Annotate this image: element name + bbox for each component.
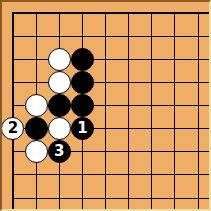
black-stone	[71, 48, 94, 71]
go-board: 213	[0, 0, 211, 211]
move-number-label: 2	[8, 121, 18, 136]
board-intersection	[25, 117, 48, 140]
stone-layer: 213	[1, 1, 209, 209]
white-stone	[25, 94, 48, 117]
move-2-white-stone: 2	[1, 117, 24, 140]
white-stone	[25, 140, 48, 163]
go-diagram: 213	[0, 0, 211, 211]
move-number-label: 1	[77, 121, 87, 136]
board-intersection	[71, 94, 94, 117]
board-intersection: 2	[1, 117, 24, 140]
board-intersection	[48, 48, 71, 71]
board-intersection	[25, 140, 48, 163]
move-1-black-stone: 1	[71, 117, 94, 140]
move-number-label: 3	[54, 144, 64, 159]
white-stone	[48, 71, 71, 94]
black-stone	[48, 94, 71, 117]
board-intersection	[48, 71, 71, 94]
black-stone	[25, 117, 48, 140]
board-intersection: 3	[48, 140, 71, 163]
board-intersection	[71, 71, 94, 94]
white-stone	[48, 117, 71, 140]
board-intersection	[48, 117, 71, 140]
white-stone	[48, 48, 71, 71]
board-intersection: 1	[71, 117, 94, 140]
board-intersection	[25, 94, 48, 117]
board-intersection	[71, 48, 94, 71]
board-intersection	[48, 94, 71, 117]
move-3-black-stone: 3	[48, 140, 71, 163]
black-stone	[71, 94, 94, 117]
black-stone	[71, 71, 94, 94]
